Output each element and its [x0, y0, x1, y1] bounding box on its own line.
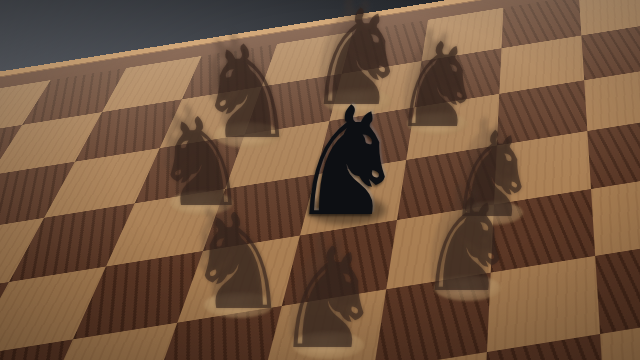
board-squares-grid: [0, 0, 640, 360]
video-frame: ♞♞♞♞♞♞♞♞♞♞♞♞♞♞♞♞♞: [0, 0, 640, 360]
chess-board: [0, 0, 640, 360]
